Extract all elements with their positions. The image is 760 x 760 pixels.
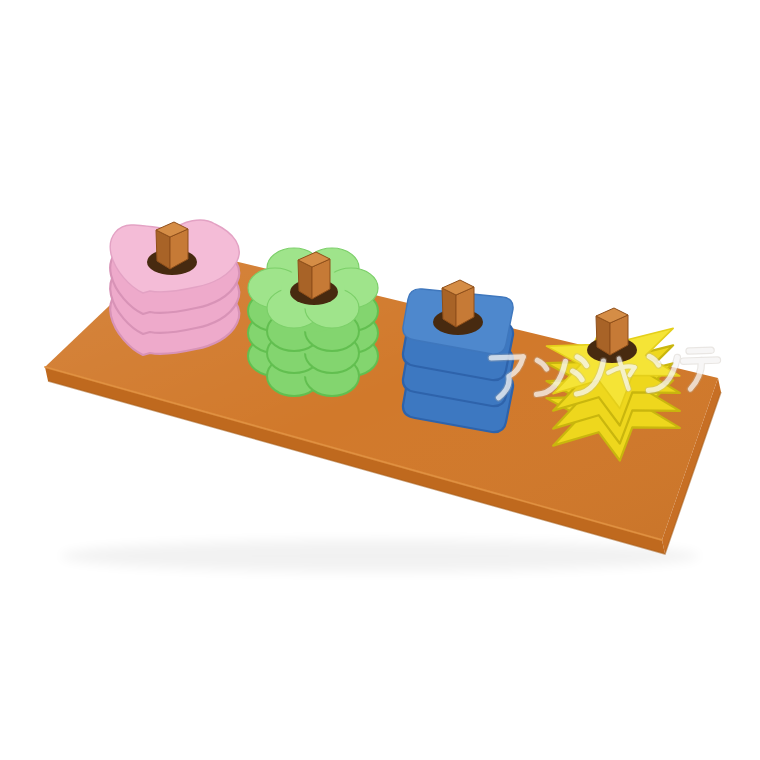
flower-stack xyxy=(248,248,378,396)
product-photo: アンシャンテ xyxy=(0,0,760,760)
heart-stack xyxy=(110,220,239,355)
peg-3 xyxy=(442,280,474,327)
peg-2 xyxy=(298,252,330,299)
peg-4 xyxy=(596,308,628,355)
peg-1 xyxy=(156,222,188,269)
toy-scene xyxy=(0,0,760,760)
ground-shadow xyxy=(60,540,700,572)
